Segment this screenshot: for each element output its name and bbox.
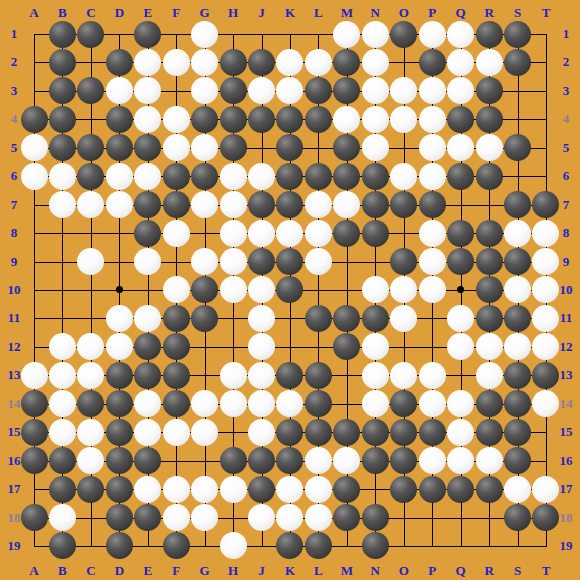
stone-black-B2[interactable]	[49, 49, 76, 76]
stone-white-N14[interactable]	[362, 390, 389, 417]
stone-black-E7[interactable]	[134, 191, 161, 218]
stone-black-O15[interactable]	[390, 419, 417, 446]
stone-white-L17[interactable]	[305, 476, 332, 503]
row-label-right-10: 10	[560, 282, 573, 298]
stone-black-R14[interactable]	[476, 390, 503, 417]
stone-black-K15[interactable]	[276, 419, 303, 446]
col-label-top-J: J	[258, 5, 265, 21]
stone-white-K2[interactable]	[276, 49, 303, 76]
stone-black-H4[interactable]	[220, 106, 247, 133]
stone-black-C3[interactable]	[77, 77, 104, 104]
stone-black-L11[interactable]	[305, 305, 332, 332]
stone-black-Q6[interactable]	[447, 163, 474, 190]
stone-white-S12[interactable]	[504, 333, 531, 360]
stone-white-H10[interactable]	[220, 276, 247, 303]
stone-white-N5[interactable]	[362, 134, 389, 161]
col-label-bottom-O: O	[399, 563, 409, 579]
stone-white-L2[interactable]	[305, 49, 332, 76]
row-label-right-5: 5	[563, 140, 570, 156]
col-label-bottom-B: B	[58, 563, 67, 579]
stone-black-B16[interactable]	[49, 447, 76, 474]
row-label-left-18: 18	[8, 510, 21, 526]
stone-white-T12[interactable]	[532, 333, 559, 360]
stone-white-S10[interactable]	[504, 276, 531, 303]
stone-black-K13[interactable]	[276, 362, 303, 389]
stone-white-Q5[interactable]	[447, 134, 474, 161]
stone-white-G14[interactable]	[191, 390, 218, 417]
stone-white-H6[interactable]	[220, 163, 247, 190]
stone-black-J7[interactable]	[248, 191, 275, 218]
stone-black-D2[interactable]	[106, 49, 133, 76]
stone-white-C13[interactable]	[77, 362, 104, 389]
stone-black-J16[interactable]	[248, 447, 275, 474]
stone-white-O10[interactable]	[390, 276, 417, 303]
stone-black-F13[interactable]	[163, 362, 190, 389]
stone-black-M17[interactable]	[333, 476, 360, 503]
stone-black-L4[interactable]	[305, 106, 332, 133]
stone-black-Q17[interactable]	[447, 476, 474, 503]
stone-black-J4[interactable]	[248, 106, 275, 133]
stone-black-B5[interactable]	[49, 134, 76, 161]
stone-white-H9[interactable]	[220, 248, 247, 275]
stone-white-C15[interactable]	[77, 419, 104, 446]
stone-white-P10[interactable]	[419, 276, 446, 303]
stone-white-E6[interactable]	[134, 163, 161, 190]
stone-black-A16[interactable]	[21, 447, 48, 474]
stone-white-O11[interactable]	[390, 305, 417, 332]
stone-white-O3[interactable]	[390, 77, 417, 104]
stone-white-S17[interactable]	[504, 476, 531, 503]
stone-white-M7[interactable]	[333, 191, 360, 218]
stone-white-Q2[interactable]	[447, 49, 474, 76]
stone-black-D5[interactable]	[106, 134, 133, 161]
stone-white-F18[interactable]	[163, 504, 190, 531]
row-label-right-13: 13	[560, 367, 573, 383]
stone-white-G5[interactable]	[191, 134, 218, 161]
stone-white-P6[interactable]	[419, 163, 446, 190]
stone-white-E17[interactable]	[134, 476, 161, 503]
stone-white-T17[interactable]	[532, 476, 559, 503]
stone-white-E3[interactable]	[134, 77, 161, 104]
stone-white-T9[interactable]	[532, 248, 559, 275]
stone-white-J14[interactable]	[248, 390, 275, 417]
stone-white-B7[interactable]	[49, 191, 76, 218]
stone-white-P1[interactable]	[419, 21, 446, 48]
stone-white-F2[interactable]	[163, 49, 190, 76]
stone-white-E4[interactable]	[134, 106, 161, 133]
go-board[interactable]: AABBCCDDEEFFGGHHJJKKLLMMNNOOPPQQRRSSTT11…	[0, 0, 580, 580]
stone-black-M3[interactable]	[333, 77, 360, 104]
stone-white-J10[interactable]	[248, 276, 275, 303]
stone-white-J15[interactable]	[248, 419, 275, 446]
stone-black-E12[interactable]	[134, 333, 161, 360]
stone-white-E2[interactable]	[134, 49, 161, 76]
row-label-left-11: 11	[8, 310, 20, 326]
row-label-right-12: 12	[560, 339, 573, 355]
stone-black-B19[interactable]	[49, 532, 76, 559]
stone-white-D6[interactable]	[106, 163, 133, 190]
stone-white-F17[interactable]	[163, 476, 190, 503]
stone-black-H5[interactable]	[220, 134, 247, 161]
stone-white-Q14[interactable]	[447, 390, 474, 417]
stone-white-N10[interactable]	[362, 276, 389, 303]
stone-black-S14[interactable]	[504, 390, 531, 417]
stone-black-O17[interactable]	[390, 476, 417, 503]
row-label-right-15: 15	[560, 424, 573, 440]
stone-black-K9[interactable]	[276, 248, 303, 275]
stone-white-H14[interactable]	[220, 390, 247, 417]
stone-black-F11[interactable]	[163, 305, 190, 332]
stone-black-J2[interactable]	[248, 49, 275, 76]
stone-white-B6[interactable]	[49, 163, 76, 190]
col-label-top-S: S	[514, 5, 521, 21]
row-label-right-3: 3	[563, 83, 570, 99]
stone-black-A18[interactable]	[21, 504, 48, 531]
stone-white-T10[interactable]	[532, 276, 559, 303]
stone-black-D17[interactable]	[106, 476, 133, 503]
stone-white-L9[interactable]	[305, 248, 332, 275]
stone-white-K17[interactable]	[276, 476, 303, 503]
stone-white-K14[interactable]	[276, 390, 303, 417]
stone-black-F7[interactable]	[163, 191, 190, 218]
stone-black-D4[interactable]	[106, 106, 133, 133]
stone-black-Q8[interactable]	[447, 220, 474, 247]
stone-black-B3[interactable]	[49, 77, 76, 104]
stone-white-B14[interactable]	[49, 390, 76, 417]
stone-white-C12[interactable]	[77, 333, 104, 360]
col-label-bottom-T: T	[542, 563, 551, 579]
stone-white-N13[interactable]	[362, 362, 389, 389]
stone-white-D7[interactable]	[106, 191, 133, 218]
stone-black-S13[interactable]	[504, 362, 531, 389]
row-label-left-10: 10	[8, 282, 21, 298]
stone-white-H8[interactable]	[220, 220, 247, 247]
stone-white-N12[interactable]	[362, 333, 389, 360]
stone-black-B4[interactable]	[49, 106, 76, 133]
stone-black-T7[interactable]	[532, 191, 559, 218]
stone-black-H2[interactable]	[220, 49, 247, 76]
stone-black-M6[interactable]	[333, 163, 360, 190]
stone-white-T8[interactable]	[532, 220, 559, 247]
stone-black-C17[interactable]	[77, 476, 104, 503]
stone-white-P3[interactable]	[419, 77, 446, 104]
stone-black-M2[interactable]	[333, 49, 360, 76]
stone-black-N7[interactable]	[362, 191, 389, 218]
stone-black-C14[interactable]	[77, 390, 104, 417]
stone-black-S11[interactable]	[504, 305, 531, 332]
stone-black-A14[interactable]	[21, 390, 48, 417]
stone-white-R2[interactable]	[476, 49, 503, 76]
stone-white-N1[interactable]	[362, 21, 389, 48]
stone-white-M4[interactable]	[333, 106, 360, 133]
stone-white-G2[interactable]	[191, 49, 218, 76]
stone-black-R11[interactable]	[476, 305, 503, 332]
stone-black-D15[interactable]	[106, 419, 133, 446]
stone-black-B1[interactable]	[49, 21, 76, 48]
stone-white-J12[interactable]	[248, 333, 275, 360]
stone-black-M11[interactable]	[333, 305, 360, 332]
stone-black-K10[interactable]	[276, 276, 303, 303]
stone-white-B18[interactable]	[49, 504, 76, 531]
stone-white-B13[interactable]	[49, 362, 76, 389]
stone-black-S15[interactable]	[504, 419, 531, 446]
stone-black-D14[interactable]	[106, 390, 133, 417]
stone-white-F8[interactable]	[163, 220, 190, 247]
stone-white-O13[interactable]	[390, 362, 417, 389]
stone-black-H16[interactable]	[220, 447, 247, 474]
stone-black-M18[interactable]	[333, 504, 360, 531]
stone-white-H13[interactable]	[220, 362, 247, 389]
stone-black-F6[interactable]	[163, 163, 190, 190]
stone-black-R6[interactable]	[476, 163, 503, 190]
stone-black-C1[interactable]	[77, 21, 104, 48]
stone-black-L15[interactable]	[305, 419, 332, 446]
stone-black-S7[interactable]	[504, 191, 531, 218]
stone-black-E16[interactable]	[134, 447, 161, 474]
stone-black-D18[interactable]	[106, 504, 133, 531]
stone-white-A6[interactable]	[21, 163, 48, 190]
stone-black-S9[interactable]	[504, 248, 531, 275]
stone-black-R17[interactable]	[476, 476, 503, 503]
stone-white-L7[interactable]	[305, 191, 332, 218]
row-label-left-5: 5	[11, 140, 18, 156]
stone-black-J9[interactable]	[248, 248, 275, 275]
stone-black-S16[interactable]	[504, 447, 531, 474]
stone-black-M12[interactable]	[333, 333, 360, 360]
stone-black-D16[interactable]	[106, 447, 133, 474]
stone-white-D11[interactable]	[106, 305, 133, 332]
stone-black-R15[interactable]	[476, 419, 503, 446]
stone-black-B17[interactable]	[49, 476, 76, 503]
stone-black-M5[interactable]	[333, 134, 360, 161]
stone-white-Q15[interactable]	[447, 419, 474, 446]
stone-white-N3[interactable]	[362, 77, 389, 104]
stone-white-N2[interactable]	[362, 49, 389, 76]
stone-white-G9[interactable]	[191, 248, 218, 275]
stone-white-Q16[interactable]	[447, 447, 474, 474]
stone-black-F12[interactable]	[163, 333, 190, 360]
stone-white-D12[interactable]	[106, 333, 133, 360]
stone-white-J13[interactable]	[248, 362, 275, 389]
stone-black-K19[interactable]	[276, 532, 303, 559]
stone-white-C16[interactable]	[77, 447, 104, 474]
stone-black-F19[interactable]	[163, 532, 190, 559]
stone-white-P16[interactable]	[419, 447, 446, 474]
stone-white-N4[interactable]	[362, 106, 389, 133]
stone-black-A15[interactable]	[21, 419, 48, 446]
stone-white-F10[interactable]	[163, 276, 190, 303]
stone-white-Q1[interactable]	[447, 21, 474, 48]
stone-black-L3[interactable]	[305, 77, 332, 104]
stone-white-J3[interactable]	[248, 77, 275, 104]
col-label-top-Q: Q	[456, 5, 466, 21]
stone-black-N16[interactable]	[362, 447, 389, 474]
stone-white-S8[interactable]	[504, 220, 531, 247]
row-label-left-19: 19	[8, 538, 21, 554]
stone-white-H19[interactable]	[220, 532, 247, 559]
stone-black-S5[interactable]	[504, 134, 531, 161]
stone-black-T18[interactable]	[532, 504, 559, 531]
stone-white-Q12[interactable]	[447, 333, 474, 360]
stone-black-A4[interactable]	[21, 106, 48, 133]
stone-black-G11[interactable]	[191, 305, 218, 332]
stone-black-S18[interactable]	[504, 504, 531, 531]
stone-black-K4[interactable]	[276, 106, 303, 133]
stone-black-N11[interactable]	[362, 305, 389, 332]
stone-black-O7[interactable]	[390, 191, 417, 218]
stone-black-D13[interactable]	[106, 362, 133, 389]
stone-white-H7[interactable]	[220, 191, 247, 218]
col-label-bottom-M: M	[341, 563, 353, 579]
col-label-top-N: N	[371, 5, 380, 21]
stone-white-B12[interactable]	[49, 333, 76, 360]
stone-black-O1[interactable]	[390, 21, 417, 48]
stone-white-R12[interactable]	[476, 333, 503, 360]
row-label-left-17: 17	[8, 481, 21, 497]
stone-white-P14[interactable]	[419, 390, 446, 417]
stone-white-C7[interactable]	[77, 191, 104, 218]
stone-black-J17[interactable]	[248, 476, 275, 503]
stone-white-F4[interactable]	[163, 106, 190, 133]
stone-white-R16[interactable]	[476, 447, 503, 474]
stone-black-E1[interactable]	[134, 21, 161, 48]
stone-black-P17[interactable]	[419, 476, 446, 503]
stone-white-G3[interactable]	[191, 77, 218, 104]
row-label-left-15: 15	[8, 424, 21, 440]
stone-black-G6[interactable]	[191, 163, 218, 190]
stone-black-R8[interactable]	[476, 220, 503, 247]
stone-white-P8[interactable]	[419, 220, 446, 247]
stone-white-D3[interactable]	[106, 77, 133, 104]
col-label-bottom-G: G	[200, 563, 210, 579]
stone-white-O6[interactable]	[390, 163, 417, 190]
stone-white-A5[interactable]	[21, 134, 48, 161]
row-label-right-14: 14	[560, 396, 573, 412]
row-label-left-1: 1	[11, 26, 18, 42]
col-label-top-R: R	[484, 5, 493, 21]
stone-black-G4[interactable]	[191, 106, 218, 133]
stone-white-G15[interactable]	[191, 419, 218, 446]
stone-black-S2[interactable]	[504, 49, 531, 76]
stone-white-C9[interactable]	[77, 248, 104, 275]
col-label-top-E: E	[143, 5, 152, 21]
stone-black-D19[interactable]	[106, 532, 133, 559]
stone-black-P2[interactable]	[419, 49, 446, 76]
col-label-bottom-K: K	[285, 563, 295, 579]
stone-black-N18[interactable]	[362, 504, 389, 531]
stone-white-P9[interactable]	[419, 248, 446, 275]
stone-black-F14[interactable]	[163, 390, 190, 417]
stone-white-E14[interactable]	[134, 390, 161, 417]
stone-white-M1[interactable]	[333, 21, 360, 48]
stone-black-E5[interactable]	[134, 134, 161, 161]
stone-white-J18[interactable]	[248, 504, 275, 531]
stone-white-L8[interactable]	[305, 220, 332, 247]
stone-black-K7[interactable]	[276, 191, 303, 218]
stone-white-K18[interactable]	[276, 504, 303, 531]
stone-black-O16[interactable]	[390, 447, 417, 474]
stone-black-E18[interactable]	[134, 504, 161, 531]
stone-white-K3[interactable]	[276, 77, 303, 104]
stone-white-P13[interactable]	[419, 362, 446, 389]
stone-black-K6[interactable]	[276, 163, 303, 190]
stone-white-T14[interactable]	[532, 390, 559, 417]
stone-white-G18[interactable]	[191, 504, 218, 531]
stone-black-N19[interactable]	[362, 532, 389, 559]
stone-white-J8[interactable]	[248, 220, 275, 247]
stone-white-E15[interactable]	[134, 419, 161, 446]
stone-white-G1[interactable]	[191, 21, 218, 48]
stone-white-F15[interactable]	[163, 419, 190, 446]
stone-black-M8[interactable]	[333, 220, 360, 247]
stone-white-R5[interactable]	[476, 134, 503, 161]
stone-black-R4[interactable]	[476, 106, 503, 133]
stone-white-G17[interactable]	[191, 476, 218, 503]
stone-white-O4[interactable]	[390, 106, 417, 133]
stone-black-L6[interactable]	[305, 163, 332, 190]
stone-black-L13[interactable]	[305, 362, 332, 389]
stone-black-N6[interactable]	[362, 163, 389, 190]
stone-white-R13[interactable]	[476, 362, 503, 389]
stone-black-G10[interactable]	[191, 276, 218, 303]
stone-black-L14[interactable]	[305, 390, 332, 417]
stone-white-F5[interactable]	[163, 134, 190, 161]
stone-black-R10[interactable]	[476, 276, 503, 303]
stone-white-G7[interactable]	[191, 191, 218, 218]
stone-black-P7[interactable]	[419, 191, 446, 218]
stone-white-B15[interactable]	[49, 419, 76, 446]
stone-white-E11[interactable]	[134, 305, 161, 332]
stone-white-Q11[interactable]	[447, 305, 474, 332]
stone-white-L18[interactable]	[305, 504, 332, 531]
stone-black-C6[interactable]	[77, 163, 104, 190]
stone-white-P5[interactable]	[419, 134, 446, 161]
stone-white-E9[interactable]	[134, 248, 161, 275]
stone-white-M16[interactable]	[333, 447, 360, 474]
go-board-page: { "game": "go", "board": { "size": 19, "…	[0, 0, 580, 580]
stone-black-P15[interactable]	[419, 419, 446, 446]
stone-black-M15[interactable]	[333, 419, 360, 446]
stone-black-K5[interactable]	[276, 134, 303, 161]
stone-black-H3[interactable]	[220, 77, 247, 104]
stone-black-E8[interactable]	[134, 220, 161, 247]
stone-black-N15[interactable]	[362, 419, 389, 446]
stone-white-J11[interactable]	[248, 305, 275, 332]
stone-white-K8[interactable]	[276, 220, 303, 247]
stone-black-N8[interactable]	[362, 220, 389, 247]
stone-black-Q9[interactable]	[447, 248, 474, 275]
stone-black-R1[interactable]	[476, 21, 503, 48]
stone-white-Q3[interactable]	[447, 77, 474, 104]
stone-black-L19[interactable]	[305, 532, 332, 559]
stone-white-J6[interactable]	[248, 163, 275, 190]
stone-black-E13[interactable]	[134, 362, 161, 389]
stone-white-T11[interactable]	[532, 305, 559, 332]
stone-black-O9[interactable]	[390, 248, 417, 275]
stone-white-P4[interactable]	[419, 106, 446, 133]
stone-black-C5[interactable]	[77, 134, 104, 161]
stone-white-A13[interactable]	[21, 362, 48, 389]
stone-black-K16[interactable]	[276, 447, 303, 474]
stone-white-H17[interactable]	[220, 476, 247, 503]
stone-black-O14[interactable]	[390, 390, 417, 417]
stone-white-L16[interactable]	[305, 447, 332, 474]
stone-black-T13[interactable]	[532, 362, 559, 389]
stone-black-R9[interactable]	[476, 248, 503, 275]
stone-black-R3[interactable]	[476, 77, 503, 104]
stone-black-Q4[interactable]	[447, 106, 474, 133]
stone-black-S1[interactable]	[504, 21, 531, 48]
